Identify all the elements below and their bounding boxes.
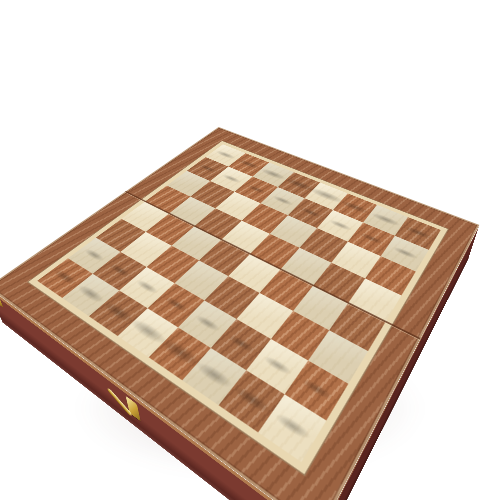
piece-glyph: ♜ [259, 353, 327, 429]
product-photo-stage: ♜♞♝♛♚♝♞♜♟♟♟♟♟♟♟♟♟♟♟♟♟♟♟♟♜♞♝♛♚♝♞♜ [0, 0, 500, 500]
brass-latch-icon [125, 395, 140, 421]
perspective-scene: ♜♞♝♛♚♝♞♜♟♟♟♟♟♟♟♟♟♟♟♟♟♟♟♟♜♞♝♛♚♝♞♜ [74, 78, 426, 430]
board-fit-wrapper: ♜♞♝♛♚♝♞♜♟♟♟♟♟♟♟♟♟♟♟♟♟♟♟♟♜♞♝♛♚♝♞♜ [74, 78, 426, 430]
